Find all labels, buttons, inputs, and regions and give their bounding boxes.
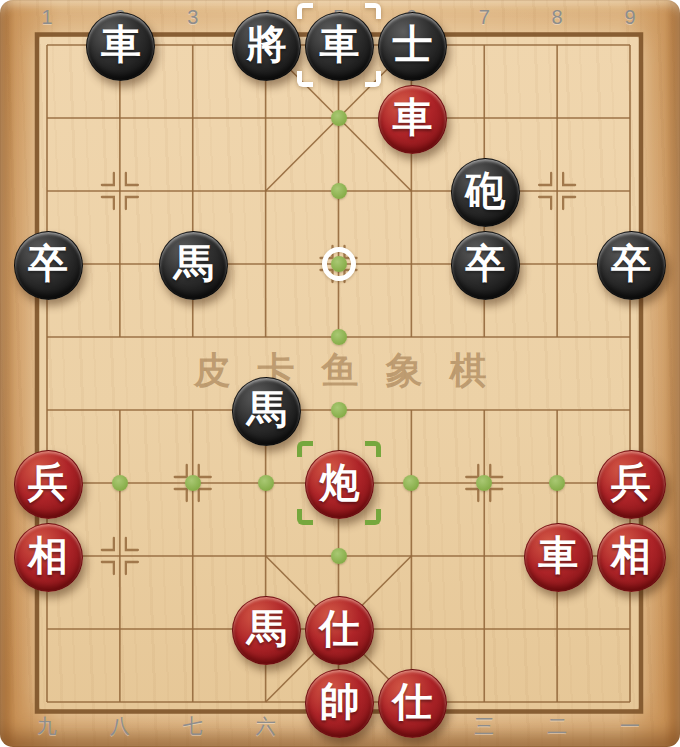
piece-glyph: 士 — [392, 24, 432, 64]
piece-black-soldier[interactable]: 卒 — [451, 231, 520, 300]
piece-red-advisor[interactable]: 仕 — [378, 669, 447, 738]
file-label-top-9: 9 — [608, 5, 652, 29]
file-label-bottom-3: 七 — [171, 714, 215, 738]
file-label-bottom-8: 二 — [535, 714, 579, 738]
piece-glyph: 車 — [538, 535, 578, 575]
piece-black-horse[interactable]: 馬 — [159, 231, 228, 300]
file-label-bottom-1: 九 — [25, 714, 69, 738]
piece-glyph: 車 — [392, 97, 432, 137]
file-label-bottom-9: 一 — [608, 714, 652, 738]
piece-glyph: 車 — [101, 24, 141, 64]
piece-glyph: 相 — [611, 535, 651, 575]
piece-glyph: 兵 — [28, 462, 68, 502]
file-label-top-1: 1 — [25, 5, 69, 29]
piece-red-advisor[interactable]: 仕 — [305, 596, 374, 665]
file-label-top-8: 8 — [535, 5, 579, 29]
file-label-top-3: 3 — [171, 5, 215, 29]
piece-red-elephant[interactable]: 相 — [597, 523, 666, 592]
xiangqi-board: 皮卡鱼象棋 123456789九八七六五四三二一 車將車士車砲卒馬卒卒馬兵炮兵相… — [0, 0, 680, 747]
move-hint-dot[interactable] — [185, 475, 201, 491]
piece-red-chariot[interactable]: 車 — [378, 85, 447, 154]
file-label-bottom-7: 三 — [462, 714, 506, 738]
piece-red-horse[interactable]: 馬 — [232, 596, 301, 665]
piece-glyph: 馬 — [174, 243, 214, 283]
file-label-top-7: 7 — [462, 5, 506, 29]
piece-black-soldier[interactable]: 卒 — [14, 231, 83, 300]
piece-black-cannon[interactable]: 砲 — [451, 158, 520, 227]
move-hint-dot[interactable] — [331, 183, 347, 199]
piece-glyph: 卒 — [611, 243, 651, 283]
file-label-bottom-4: 六 — [244, 714, 288, 738]
piece-black-advisor[interactable]: 士 — [378, 12, 447, 81]
move-hint-dot[interactable] — [549, 475, 565, 491]
piece-glyph: 炮 — [320, 462, 360, 502]
piece-red-soldier[interactable]: 兵 — [597, 450, 666, 519]
piece-black-soldier[interactable]: 卒 — [597, 231, 666, 300]
move-hint-dot[interactable] — [258, 475, 274, 491]
piece-black-chariot[interactable]: 車 — [305, 12, 374, 81]
piece-glyph: 馬 — [247, 608, 287, 648]
piece-glyph: 砲 — [465, 170, 505, 210]
move-hint-dot[interactable] — [331, 402, 347, 418]
piece-glyph: 兵 — [611, 462, 651, 502]
piece-glyph: 車 — [320, 24, 360, 64]
piece-glyph: 將 — [247, 24, 287, 64]
piece-glyph: 仕 — [392, 681, 432, 721]
piece-black-chariot[interactable]: 車 — [86, 12, 155, 81]
piece-red-general[interactable]: 帥 — [305, 669, 374, 738]
move-hint-dot[interactable] — [331, 548, 347, 564]
piece-glyph: 卒 — [465, 243, 505, 283]
piece-glyph: 仕 — [320, 608, 360, 648]
piece-glyph: 馬 — [247, 389, 287, 429]
piece-black-horse[interactable]: 馬 — [232, 377, 301, 446]
piece-red-elephant[interactable]: 相 — [14, 523, 83, 592]
piece-black-general[interactable]: 將 — [232, 12, 301, 81]
piece-red-soldier[interactable]: 兵 — [14, 450, 83, 519]
piece-glyph: 帥 — [320, 681, 360, 721]
piece-red-cannon[interactable]: 炮 — [305, 450, 374, 519]
move-hint-dot[interactable] — [331, 329, 347, 345]
piece-glyph: 卒 — [28, 243, 68, 283]
piece-glyph: 相 — [28, 535, 68, 575]
last-move-origin-marker — [322, 247, 356, 281]
file-label-bottom-2: 八 — [98, 714, 142, 738]
move-hint-dot[interactable] — [112, 475, 128, 491]
move-hint-dot[interactable] — [331, 110, 347, 126]
piece-red-chariot[interactable]: 車 — [524, 523, 593, 592]
